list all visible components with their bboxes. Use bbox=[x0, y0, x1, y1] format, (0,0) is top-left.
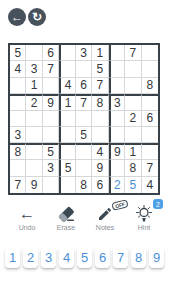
cell-r5c6[interactable] bbox=[92, 111, 108, 127]
undo-label: Undo bbox=[19, 224, 36, 231]
cell-r2c2[interactable]: 3 bbox=[26, 61, 42, 77]
undo-arrow-icon: ← bbox=[19, 205, 35, 222]
hint-button[interactable]: 2 Hint bbox=[131, 205, 157, 231]
cell-r7c4[interactable] bbox=[59, 143, 75, 160]
cell-r3c3[interactable] bbox=[43, 78, 59, 94]
cell-r5c7[interactable] bbox=[109, 111, 125, 127]
cell-r3c9[interactable]: 8 bbox=[142, 78, 158, 94]
cell-r2c8[interactable] bbox=[125, 61, 141, 77]
cell-r3c6[interactable]: 7 bbox=[92, 78, 108, 94]
numpad-key-7[interactable]: 7 bbox=[113, 247, 128, 268]
cell-r5c4[interactable] bbox=[59, 111, 75, 127]
cell-r9c1[interactable]: 7 bbox=[10, 177, 26, 193]
back-button[interactable]: ← bbox=[8, 8, 26, 26]
cell-r6c9[interactable] bbox=[142, 127, 158, 143]
numpad-key-6[interactable]: 6 bbox=[95, 247, 110, 268]
cell-r2c7[interactable] bbox=[109, 61, 125, 77]
numpad-key-1[interactable]: 1 bbox=[5, 247, 20, 268]
cell-r3c5[interactable]: 6 bbox=[76, 78, 92, 94]
cell-r7c5[interactable] bbox=[76, 143, 92, 160]
cell-r4c7[interactable]: 3 bbox=[109, 94, 125, 111]
cell-r4c5[interactable]: 7 bbox=[76, 94, 92, 111]
cell-r8c2[interactable] bbox=[26, 160, 42, 176]
cell-r3c8[interactable] bbox=[125, 78, 141, 94]
cell-r9c3[interactable] bbox=[43, 177, 59, 193]
cell-r6c8[interactable] bbox=[125, 127, 141, 143]
notes-button[interactable]: OFF Notes bbox=[92, 205, 118, 231]
cell-r2c5[interactable] bbox=[76, 61, 92, 77]
cell-r4c1[interactable] bbox=[10, 94, 26, 111]
hint-label: Hint bbox=[138, 224, 150, 231]
cell-r9c4[interactable] bbox=[59, 177, 75, 193]
cell-r5c1[interactable] bbox=[10, 111, 26, 127]
cell-r1c2[interactable] bbox=[26, 45, 42, 61]
cell-r6c2[interactable] bbox=[26, 127, 42, 143]
hint-count-badge: 2 bbox=[153, 199, 163, 209]
cell-r3c1[interactable] bbox=[10, 78, 26, 94]
cell-r1c3[interactable]: 6 bbox=[43, 45, 59, 61]
cell-r8c3[interactable]: 3 bbox=[43, 160, 59, 176]
cell-r1c6[interactable]: 1 bbox=[92, 45, 108, 61]
cell-r2c1[interactable]: 4 bbox=[10, 61, 26, 77]
numpad-key-8[interactable]: 8 bbox=[131, 247, 146, 268]
restart-button[interactable]: ↻ bbox=[28, 8, 46, 26]
cell-r7c6[interactable]: 4 bbox=[92, 143, 108, 160]
cell-r8c6[interactable]: 9 bbox=[92, 160, 108, 176]
erase-button[interactable]: Erase bbox=[53, 205, 79, 231]
cell-r6c1[interactable]: 3 bbox=[10, 127, 26, 143]
cell-r5c3[interactable] bbox=[43, 111, 59, 127]
cell-r4c9[interactable] bbox=[142, 94, 158, 111]
cell-r9c9[interactable]: 4 bbox=[142, 177, 158, 193]
numpad-key-2[interactable]: 2 bbox=[23, 247, 38, 268]
cell-r9c5[interactable]: 8 bbox=[76, 177, 92, 193]
cell-r8c4[interactable]: 5 bbox=[59, 160, 75, 176]
cell-r4c6[interactable]: 8 bbox=[92, 94, 108, 111]
cell-r1c5[interactable]: 3 bbox=[76, 45, 92, 61]
pencil-icon bbox=[97, 205, 113, 222]
undo-button[interactable]: ← Undo bbox=[14, 205, 40, 231]
cell-r1c9[interactable] bbox=[142, 45, 158, 61]
lightbulb-icon bbox=[135, 205, 153, 222]
notes-label: Notes bbox=[96, 224, 114, 231]
cell-r9c7[interactable]: 2 bbox=[109, 177, 125, 193]
erase-label: Erase bbox=[57, 224, 75, 231]
numpad-key-5[interactable]: 5 bbox=[77, 247, 92, 268]
cell-r7c9[interactable] bbox=[142, 143, 158, 160]
cell-r2c6[interactable]: 5 bbox=[92, 61, 108, 77]
cell-r2c9[interactable] bbox=[142, 61, 158, 77]
cell-r4c4[interactable]: 1 bbox=[59, 94, 75, 111]
cell-r8c5[interactable] bbox=[76, 160, 92, 176]
cell-r1c1[interactable]: 5 bbox=[10, 45, 26, 61]
eraser-icon bbox=[57, 205, 75, 222]
cell-r6c4[interactable] bbox=[59, 127, 75, 143]
cell-r9c2[interactable]: 9 bbox=[26, 177, 42, 193]
top-bar: ← ↻ bbox=[0, 0, 169, 26]
cell-r3c4[interactable]: 4 bbox=[59, 78, 75, 94]
cell-r3c2[interactable]: 1 bbox=[26, 78, 42, 94]
cell-r6c3[interactable] bbox=[43, 127, 59, 143]
cell-r5c9[interactable]: 6 bbox=[142, 111, 158, 127]
cell-r5c2[interactable] bbox=[26, 111, 42, 127]
numpad-key-9[interactable]: 9 bbox=[149, 247, 164, 268]
cell-r6c7[interactable] bbox=[109, 127, 125, 143]
cell-r8c1[interactable] bbox=[10, 160, 26, 176]
cell-r4c8[interactable] bbox=[125, 94, 141, 111]
cell-r8c7[interactable] bbox=[109, 160, 125, 176]
cell-r3c7[interactable] bbox=[109, 78, 125, 94]
cell-r4c3[interactable]: 9 bbox=[43, 94, 59, 111]
cell-r7c1[interactable]: 8 bbox=[10, 143, 26, 160]
cell-r8c8[interactable]: 8 bbox=[125, 160, 141, 176]
cell-r5c8[interactable]: 2 bbox=[125, 111, 141, 127]
cell-r6c6[interactable] bbox=[92, 127, 108, 143]
cell-r7c8[interactable]: 1 bbox=[125, 143, 141, 160]
cell-r8c9[interactable]: 7 bbox=[142, 160, 158, 176]
cell-r1c8[interactable]: 7 bbox=[125, 45, 141, 61]
cell-r1c4[interactable] bbox=[59, 45, 75, 61]
cell-r9c6[interactable]: 6 bbox=[92, 177, 108, 193]
notes-off-badge: OFF bbox=[111, 199, 128, 211]
cell-r5c5[interactable] bbox=[76, 111, 92, 127]
sudoku-board: 5631743751467829178326358549135987798625… bbox=[8, 43, 160, 195]
cell-r4c2[interactable]: 2 bbox=[26, 94, 42, 111]
cell-r7c3[interactable]: 5 bbox=[43, 143, 59, 160]
cell-r6c5[interactable]: 5 bbox=[76, 127, 92, 143]
cell-r1c7[interactable] bbox=[109, 45, 125, 61]
cell-r9c8[interactable]: 5 bbox=[125, 177, 141, 193]
numpad-key-3[interactable]: 3 bbox=[41, 247, 56, 268]
cell-r2c4[interactable] bbox=[59, 61, 75, 77]
number-pad: 123456789 bbox=[0, 247, 169, 268]
numpad-key-4[interactable]: 4 bbox=[59, 247, 74, 268]
cell-r2c3[interactable]: 7 bbox=[43, 61, 59, 77]
back-arrow-icon: ← bbox=[11, 11, 23, 23]
cell-r7c7[interactable]: 9 bbox=[109, 143, 125, 160]
restart-icon: ↻ bbox=[32, 11, 42, 23]
cell-r7c2[interactable] bbox=[26, 143, 42, 160]
toolbar: ← Undo Erase OFF Notes 2 bbox=[0, 205, 169, 231]
